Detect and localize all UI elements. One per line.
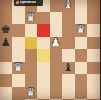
board-square[interactable] [37, 37, 50, 50]
board-square[interactable] [100, 0, 101, 12]
board-square[interactable] [37, 12, 50, 25]
board-square[interactable] [12, 37, 25, 50]
board-square[interactable] [37, 74, 50, 87]
board-square[interactable] [100, 24, 101, 37]
board-square[interactable] [37, 87, 50, 100]
board-square[interactable] [25, 37, 38, 50]
player-name: Optimus [20, 1, 37, 5]
white-queen[interactable]: ♛ [25, 11, 38, 24]
board-square[interactable] [12, 12, 25, 25]
white-pawn[interactable]: ♟ [50, 36, 63, 49]
board-square[interactable] [25, 62, 38, 75]
board-square[interactable] [12, 74, 25, 87]
board-square[interactable] [62, 12, 75, 25]
white-queen[interactable]: ♛ [25, 86, 38, 99]
board-square[interactable] [0, 49, 12, 62]
board-square[interactable] [62, 87, 75, 100]
board-square[interactable] [100, 74, 101, 87]
board-square[interactable] [0, 0, 12, 12]
board-square[interactable] [100, 99, 101, 100]
board-square[interactable] [75, 37, 88, 50]
board-square[interactable] [87, 37, 100, 50]
board-square[interactable] [75, 87, 88, 100]
chess-board: ♝♛♚♟♟♛♛♝♛ [0, 0, 100, 100]
white-queen[interactable]: ♛ [12, 61, 25, 74]
black-pawn[interactable]: ♟ [0, 36, 12, 49]
board-square[interactable] [87, 0, 100, 12]
black-bishop[interactable]: ♝ [62, 61, 75, 74]
board-square[interactable] [87, 74, 100, 87]
board-square[interactable] [62, 37, 75, 50]
board-square[interactable] [87, 49, 100, 62]
board-square[interactable] [50, 12, 63, 25]
board-square[interactable] [25, 49, 38, 62]
chess-app-screenshot: ♝♛♚♟♟♛♛♝♛ Optimus [0, 0, 100, 100]
board-square[interactable] [37, 49, 50, 62]
board-square[interactable] [75, 74, 88, 87]
board-square[interactable] [100, 12, 101, 25]
player-label[interactable]: Optimus [14, 0, 43, 6]
board-square[interactable] [75, 49, 88, 62]
board-square[interactable] [87, 99, 100, 100]
board-square[interactable] [0, 99, 12, 100]
board-square[interactable] [37, 24, 50, 37]
board-square[interactable] [50, 0, 63, 12]
board-square[interactable] [12, 99, 25, 100]
board-square[interactable] [37, 99, 50, 100]
white-bishop[interactable]: ♝ [62, 0, 75, 11]
board-square[interactable] [50, 49, 63, 62]
board-square[interactable] [87, 62, 100, 75]
board-square[interactable] [0, 62, 12, 75]
board-square[interactable] [100, 87, 101, 100]
board-square[interactable] [100, 62, 101, 75]
board-square[interactable] [87, 87, 100, 100]
board-square[interactable] [37, 62, 50, 75]
board-square[interactable] [87, 24, 100, 37]
board-square[interactable] [75, 62, 88, 75]
board-square[interactable] [75, 0, 88, 12]
board-square[interactable] [100, 37, 101, 50]
white-queen[interactable]: ♛ [75, 24, 88, 37]
board-square[interactable] [62, 74, 75, 87]
player-avatar-icon [16, 1, 19, 4]
board-square[interactable] [50, 74, 63, 87]
board-square[interactable] [0, 87, 12, 100]
board-square[interactable] [62, 24, 75, 37]
board-square[interactable] [62, 99, 75, 100]
board-square[interactable] [75, 99, 88, 100]
board-square[interactable] [25, 99, 38, 100]
board-square[interactable] [100, 49, 101, 62]
board-square[interactable] [50, 87, 63, 100]
board-square[interactable] [25, 24, 38, 37]
board-square[interactable] [0, 74, 12, 87]
board-square[interactable] [50, 99, 63, 100]
board-square[interactable] [50, 62, 63, 75]
board-square[interactable] [12, 24, 25, 37]
board-square[interactable] [87, 12, 100, 25]
board-square[interactable] [12, 87, 25, 100]
